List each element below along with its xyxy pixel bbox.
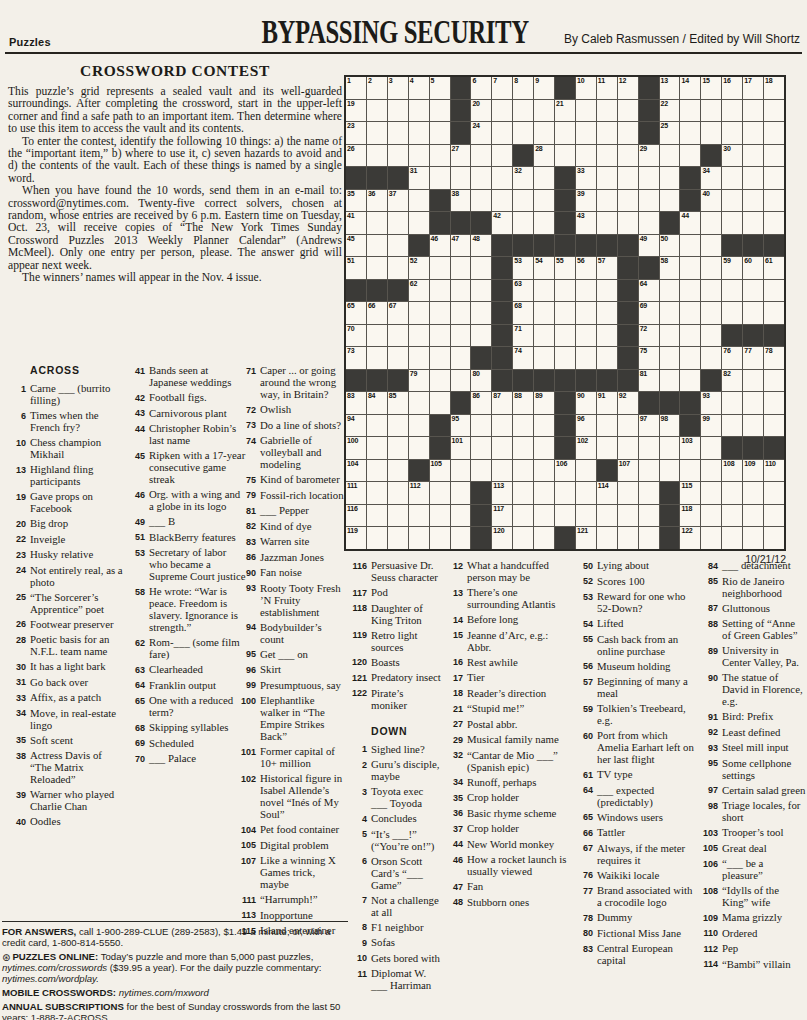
grid-cell[interactable] xyxy=(451,505,471,527)
grid-cell[interactable]: 7 xyxy=(492,77,512,99)
grid-cell[interactable] xyxy=(722,392,742,414)
grid-cell[interactable]: 114 xyxy=(597,482,617,504)
grid-cell[interactable] xyxy=(618,482,638,504)
grid-cell[interactable] xyxy=(409,145,429,167)
grid-cell[interactable] xyxy=(534,415,554,437)
grid-cell[interactable] xyxy=(492,167,512,189)
grid-cell[interactable]: 107 xyxy=(618,460,638,482)
grid-cell[interactable]: 96 xyxy=(576,415,596,437)
grid-cell[interactable] xyxy=(555,505,575,527)
grid-cell[interactable] xyxy=(367,122,387,144)
grid-cell[interactable] xyxy=(680,325,700,347)
grid-cell[interactable]: 24 xyxy=(471,122,491,144)
grid-cell[interactable] xyxy=(701,257,721,279)
grid-cell[interactable] xyxy=(680,280,700,302)
grid-cell[interactable]: 15 xyxy=(701,77,721,99)
grid-cell[interactable]: 17 xyxy=(743,77,763,99)
grid-cell[interactable] xyxy=(701,325,721,347)
grid-cell[interactable] xyxy=(660,347,680,369)
grid-cell[interactable] xyxy=(576,482,596,504)
grid-cell[interactable]: 66 xyxy=(367,302,387,324)
grid-cell[interactable]: 86 xyxy=(471,392,491,414)
grid-cell[interactable]: 35 xyxy=(346,190,366,212)
grid-cell[interactable] xyxy=(451,257,471,279)
grid-cell[interactable] xyxy=(534,460,554,482)
grid-cell[interactable] xyxy=(722,190,742,212)
grid-cell[interactable]: 12 xyxy=(618,77,638,99)
grid-cell[interactable] xyxy=(409,347,429,369)
grid-cell[interactable] xyxy=(743,100,763,122)
grid-cell[interactable]: 112 xyxy=(409,482,429,504)
grid-cell[interactable] xyxy=(513,527,533,549)
grid-cell[interactable]: 121 xyxy=(576,527,596,549)
grid-cell[interactable] xyxy=(660,325,680,347)
grid-cell[interactable] xyxy=(722,505,742,527)
grid-cell[interactable] xyxy=(409,100,429,122)
grid-cell[interactable] xyxy=(430,325,450,347)
grid-cell[interactable]: 25 xyxy=(660,122,680,144)
grid-cell[interactable]: 60 xyxy=(743,257,763,279)
grid-cell[interactable] xyxy=(534,280,554,302)
grid-cell[interactable]: 79 xyxy=(409,370,429,392)
grid-cell[interactable] xyxy=(597,347,617,369)
grid-cell[interactable]: 97 xyxy=(639,415,659,437)
grid-cell[interactable] xyxy=(618,505,638,527)
grid-cell[interactable] xyxy=(639,482,659,504)
grid-cell[interactable] xyxy=(576,347,596,369)
grid-cell[interactable] xyxy=(618,415,638,437)
grid-cell[interactable] xyxy=(764,302,784,324)
grid-cell[interactable] xyxy=(534,347,554,369)
grid-cell[interactable]: 120 xyxy=(492,527,512,549)
grid-cell[interactable]: 58 xyxy=(660,257,680,279)
grid-cell[interactable]: 23 xyxy=(346,122,366,144)
grid-cell[interactable] xyxy=(430,370,450,392)
grid-cell[interactable] xyxy=(764,482,784,504)
grid-cell[interactable] xyxy=(722,527,742,549)
grid-cell[interactable] xyxy=(367,460,387,482)
grid-cell[interactable] xyxy=(597,415,617,437)
grid-cell[interactable] xyxy=(764,415,784,437)
grid-cell[interactable]: 46 xyxy=(430,235,450,257)
grid-cell[interactable] xyxy=(409,415,429,437)
grid-cell[interactable] xyxy=(597,122,617,144)
grid-cell[interactable] xyxy=(597,302,617,324)
grid-cell[interactable]: 62 xyxy=(409,280,429,302)
grid-cell[interactable] xyxy=(430,392,450,414)
grid-cell[interactable]: 57 xyxy=(597,257,617,279)
grid-cell[interactable] xyxy=(492,415,512,437)
grid-cell[interactable] xyxy=(409,505,429,527)
grid-cell[interactable] xyxy=(597,280,617,302)
grid-cell[interactable]: 47 xyxy=(451,235,471,257)
grid-cell[interactable] xyxy=(743,505,763,527)
grid-cell[interactable] xyxy=(701,235,721,257)
grid-cell[interactable] xyxy=(492,122,512,144)
grid-cell[interactable]: 92 xyxy=(618,392,638,414)
grid-cell[interactable]: 75 xyxy=(639,347,659,369)
grid-cell[interactable] xyxy=(701,280,721,302)
grid-cell[interactable] xyxy=(451,482,471,504)
grid-cell[interactable] xyxy=(388,122,408,144)
grid-cell[interactable] xyxy=(430,145,450,167)
grid-cell[interactable]: 78 xyxy=(764,347,784,369)
grid-cell[interactable] xyxy=(680,347,700,369)
grid-cell[interactable]: 42 xyxy=(492,212,512,234)
grid-cell[interactable]: 9 xyxy=(534,77,554,99)
grid-cell[interactable]: 48 xyxy=(471,235,491,257)
grid-cell[interactable] xyxy=(430,280,450,302)
grid-cell[interactable] xyxy=(701,505,721,527)
grid-cell[interactable] xyxy=(701,212,721,234)
grid-cell[interactable] xyxy=(534,190,554,212)
grid-cell[interactable] xyxy=(388,325,408,347)
grid-cell[interactable] xyxy=(743,145,763,167)
grid-cell[interactable]: 21 xyxy=(555,100,575,122)
grid-cell[interactable] xyxy=(367,235,387,257)
grid-cell[interactable] xyxy=(743,167,763,189)
grid-cell[interactable] xyxy=(722,415,742,437)
grid-cell[interactable]: 64 xyxy=(639,280,659,302)
grid-cell[interactable] xyxy=(680,302,700,324)
grid-cell[interactable] xyxy=(471,325,491,347)
grid-cell[interactable] xyxy=(492,190,512,212)
grid-cell[interactable]: 95 xyxy=(451,415,471,437)
grid-cell[interactable] xyxy=(701,347,721,369)
grid-cell[interactable] xyxy=(660,370,680,392)
grid-cell[interactable] xyxy=(701,482,721,504)
grid-cell[interactable]: 34 xyxy=(701,167,721,189)
grid-cell[interactable] xyxy=(430,527,450,549)
grid-cell[interactable]: 50 xyxy=(660,235,680,257)
grid-cell[interactable] xyxy=(471,257,491,279)
grid-cell[interactable]: 18 xyxy=(764,77,784,99)
grid-cell[interactable] xyxy=(513,437,533,459)
grid-cell[interactable] xyxy=(576,460,596,482)
grid-cell[interactable]: 30 xyxy=(722,145,742,167)
grid-cell[interactable] xyxy=(722,122,742,144)
grid-cell[interactable]: 100 xyxy=(346,437,366,459)
grid-cell[interactable] xyxy=(451,302,471,324)
grid-cell[interactable] xyxy=(597,437,617,459)
grid-cell[interactable]: 118 xyxy=(680,505,700,527)
grid-cell[interactable]: 14 xyxy=(680,77,700,99)
grid-cell[interactable]: 67 xyxy=(388,302,408,324)
grid-cell[interactable]: 105 xyxy=(430,460,450,482)
grid-cell[interactable] xyxy=(409,302,429,324)
grid-cell[interactable]: 45 xyxy=(346,235,366,257)
grid-cell[interactable] xyxy=(388,235,408,257)
grid-cell[interactable] xyxy=(597,100,617,122)
grid-cell[interactable] xyxy=(660,302,680,324)
grid-cell[interactable] xyxy=(534,482,554,504)
grid-cell[interactable]: 93 xyxy=(701,392,721,414)
grid-cell[interactable] xyxy=(618,122,638,144)
grid-cell[interactable] xyxy=(451,325,471,347)
grid-cell[interactable]: 116 xyxy=(346,505,366,527)
grid-cell[interactable] xyxy=(513,190,533,212)
grid-cell[interactable] xyxy=(471,280,491,302)
grid-cell[interactable] xyxy=(555,145,575,167)
grid-cell[interactable] xyxy=(492,460,512,482)
grid-cell[interactable]: 117 xyxy=(492,505,512,527)
grid-cell[interactable]: 4 xyxy=(409,77,429,99)
grid-cell[interactable]: 6 xyxy=(471,77,491,99)
grid-cell[interactable]: 56 xyxy=(576,257,596,279)
grid-cell[interactable] xyxy=(764,505,784,527)
grid-cell[interactable]: 80 xyxy=(471,370,491,392)
grid-cell[interactable] xyxy=(680,122,700,144)
grid-cell[interactable] xyxy=(534,527,554,549)
grid-cell[interactable]: 32 xyxy=(513,167,533,189)
grid-cell[interactable] xyxy=(367,257,387,279)
grid-cell[interactable]: 122 xyxy=(680,527,700,549)
grid-cell[interactable] xyxy=(764,370,784,392)
grid-cell[interactable] xyxy=(576,122,596,144)
grid-cell[interactable] xyxy=(534,212,554,234)
grid-cell[interactable]: 113 xyxy=(492,482,512,504)
grid-cell[interactable] xyxy=(534,122,554,144)
grid-cell[interactable] xyxy=(618,167,638,189)
grid-cell[interactable] xyxy=(367,415,387,437)
grid-cell[interactable]: 40 xyxy=(701,190,721,212)
grid-cell[interactable] xyxy=(555,347,575,369)
grid-cell[interactable]: 90 xyxy=(576,392,596,414)
grid-cell[interactable] xyxy=(534,437,554,459)
grid-cell[interactable]: 22 xyxy=(660,100,680,122)
grid-cell[interactable]: 77 xyxy=(743,347,763,369)
grid-cell[interactable] xyxy=(743,527,763,549)
grid-cell[interactable]: 109 xyxy=(743,460,763,482)
grid-cell[interactable]: 99 xyxy=(701,415,721,437)
grid-cell[interactable] xyxy=(722,100,742,122)
grid-cell[interactable]: 81 xyxy=(639,370,659,392)
grid-cell[interactable] xyxy=(513,212,533,234)
grid-cell[interactable]: 70 xyxy=(346,325,366,347)
grid-cell[interactable] xyxy=(409,122,429,144)
grid-cell[interactable]: 54 xyxy=(534,257,554,279)
grid-cell[interactable]: 103 xyxy=(680,437,700,459)
grid-cell[interactable] xyxy=(430,302,450,324)
grid-cell[interactable] xyxy=(388,527,408,549)
grid-cell[interactable] xyxy=(597,145,617,167)
grid-cell[interactable] xyxy=(680,235,700,257)
grid-cell[interactable] xyxy=(597,325,617,347)
grid-cell[interactable]: 74 xyxy=(513,347,533,369)
grid-cell[interactable]: 68 xyxy=(513,302,533,324)
grid-cell[interactable]: 73 xyxy=(346,347,366,369)
grid-cell[interactable]: 26 xyxy=(346,145,366,167)
grid-cell[interactable]: 108 xyxy=(722,460,742,482)
grid-cell[interactable]: 106 xyxy=(555,460,575,482)
grid-cell[interactable] xyxy=(367,527,387,549)
grid-cell[interactable]: 83 xyxy=(346,392,366,414)
grid-cell[interactable] xyxy=(555,325,575,347)
grid-cell[interactable]: 28 xyxy=(534,145,554,167)
grid-cell[interactable] xyxy=(388,100,408,122)
grid-cell[interactable] xyxy=(597,505,617,527)
grid-cell[interactable]: 38 xyxy=(451,190,471,212)
grid-cell[interactable] xyxy=(409,325,429,347)
grid-cell[interactable] xyxy=(722,302,742,324)
grid-cell[interactable] xyxy=(597,212,617,234)
grid-cell[interactable]: 55 xyxy=(555,257,575,279)
grid-cell[interactable]: 36 xyxy=(367,190,387,212)
grid-cell[interactable] xyxy=(534,325,554,347)
grid-cell[interactable] xyxy=(764,167,784,189)
grid-cell[interactable] xyxy=(618,437,638,459)
grid-cell[interactable]: 59 xyxy=(722,257,742,279)
grid-cell[interactable] xyxy=(471,437,491,459)
grid-cell[interactable] xyxy=(451,347,471,369)
grid-cell[interactable] xyxy=(513,505,533,527)
grid-cell[interactable] xyxy=(451,167,471,189)
grid-cell[interactable] xyxy=(743,122,763,144)
grid-cell[interactable] xyxy=(576,100,596,122)
grid-cell[interactable] xyxy=(660,190,680,212)
grid-cell[interactable] xyxy=(722,482,742,504)
grid-cell[interactable] xyxy=(513,100,533,122)
grid-cell[interactable]: 27 xyxy=(451,145,471,167)
grid-cell[interactable]: 87 xyxy=(492,392,512,414)
grid-cell[interactable] xyxy=(492,437,512,459)
grid-cell[interactable]: 104 xyxy=(346,460,366,482)
grid-cell[interactable] xyxy=(764,392,784,414)
grid-cell[interactable] xyxy=(409,527,429,549)
grid-cell[interactable] xyxy=(680,100,700,122)
grid-cell[interactable] xyxy=(618,190,638,212)
grid-cell[interactable] xyxy=(639,527,659,549)
grid-cell[interactable]: 43 xyxy=(576,212,596,234)
grid-cell[interactable] xyxy=(597,190,617,212)
grid-cell[interactable] xyxy=(701,100,721,122)
grid-cell[interactable]: 29 xyxy=(639,145,659,167)
grid-cell[interactable] xyxy=(660,167,680,189)
grid-cell[interactable]: 8 xyxy=(513,77,533,99)
grid-cell[interactable]: 63 xyxy=(513,280,533,302)
grid-cell[interactable] xyxy=(618,527,638,549)
grid-cell[interactable] xyxy=(367,145,387,167)
grid-cell[interactable] xyxy=(555,122,575,144)
grid-cell[interactable] xyxy=(722,212,742,234)
grid-cell[interactable] xyxy=(597,167,617,189)
grid-cell[interactable]: 111 xyxy=(346,482,366,504)
grid-cell[interactable]: 10 xyxy=(576,77,596,99)
grid-cell[interactable]: 85 xyxy=(388,392,408,414)
grid-cell[interactable] xyxy=(388,437,408,459)
grid-cell[interactable] xyxy=(576,145,596,167)
grid-cell[interactable] xyxy=(409,190,429,212)
grid-cell[interactable] xyxy=(555,482,575,504)
grid-cell[interactable] xyxy=(743,482,763,504)
grid-cell[interactable] xyxy=(367,347,387,369)
grid-cell[interactable] xyxy=(367,482,387,504)
grid-cell[interactable] xyxy=(367,100,387,122)
grid-cell[interactable] xyxy=(701,122,721,144)
grid-cell[interactable] xyxy=(764,145,784,167)
grid-cell[interactable] xyxy=(576,505,596,527)
grid-cell[interactable] xyxy=(722,167,742,189)
grid-cell[interactable]: 41 xyxy=(346,212,366,234)
grid-cell[interactable]: 5 xyxy=(430,77,450,99)
grid-cell[interactable] xyxy=(701,302,721,324)
grid-cell[interactable]: 16 xyxy=(722,77,742,99)
grid-cell[interactable]: 19 xyxy=(346,100,366,122)
grid-cell[interactable]: 101 xyxy=(451,437,471,459)
grid-cell[interactable] xyxy=(451,460,471,482)
grid-cell[interactable] xyxy=(764,527,784,549)
grid-cell[interactable]: 115 xyxy=(680,482,700,504)
grid-cell[interactable] xyxy=(471,460,491,482)
grid-cell[interactable] xyxy=(639,437,659,459)
grid-cell[interactable] xyxy=(409,392,429,414)
grid-cell[interactable] xyxy=(388,460,408,482)
grid-cell[interactable] xyxy=(430,100,450,122)
grid-cell[interactable] xyxy=(451,370,471,392)
grid-cell[interactable]: 39 xyxy=(576,190,596,212)
grid-cell[interactable] xyxy=(388,257,408,279)
grid-cell[interactable] xyxy=(660,280,680,302)
grid-cell[interactable]: 33 xyxy=(576,167,596,189)
grid-cell[interactable] xyxy=(743,280,763,302)
grid-cell[interactable]: 37 xyxy=(388,190,408,212)
grid-cell[interactable] xyxy=(430,257,450,279)
grid-cell[interactable] xyxy=(388,505,408,527)
grid-cell[interactable]: 102 xyxy=(576,437,596,459)
grid-cell[interactable] xyxy=(764,122,784,144)
grid-cell[interactable] xyxy=(430,347,450,369)
grid-cell[interactable] xyxy=(409,212,429,234)
grid-cell[interactable] xyxy=(576,302,596,324)
grid-cell[interactable] xyxy=(576,280,596,302)
grid-cell[interactable] xyxy=(534,100,554,122)
grid-cell[interactable] xyxy=(743,302,763,324)
grid-cell[interactable]: 76 xyxy=(722,347,742,369)
grid-cell[interactable]: 51 xyxy=(346,257,366,279)
grid-cell[interactable] xyxy=(471,190,491,212)
grid-cell[interactable]: 98 xyxy=(660,415,680,437)
grid-cell[interactable] xyxy=(680,257,700,279)
grid-cell[interactable] xyxy=(701,437,721,459)
grid-cell[interactable] xyxy=(513,460,533,482)
grid-cell[interactable] xyxy=(743,370,763,392)
grid-cell[interactable]: 13 xyxy=(660,77,680,99)
grid-cell[interactable] xyxy=(513,482,533,504)
grid-cell[interactable] xyxy=(388,347,408,369)
grid-cell[interactable] xyxy=(701,527,721,549)
grid-cell[interactable] xyxy=(388,415,408,437)
grid-cell[interactable] xyxy=(367,325,387,347)
grid-cell[interactable] xyxy=(534,167,554,189)
grid-cell[interactable] xyxy=(513,122,533,144)
grid-cell[interactable] xyxy=(764,212,784,234)
grid-cell[interactable]: 82 xyxy=(722,370,742,392)
grid-cell[interactable]: 65 xyxy=(346,302,366,324)
grid-cell[interactable]: 2 xyxy=(367,77,387,99)
grid-cell[interactable] xyxy=(722,280,742,302)
grid-cell[interactable] xyxy=(471,167,491,189)
grid-cell[interactable] xyxy=(513,415,533,437)
grid-cell[interactable] xyxy=(492,100,512,122)
grid-cell[interactable] xyxy=(660,145,680,167)
grid-cell[interactable]: 3 xyxy=(388,77,408,99)
grid-cell[interactable] xyxy=(701,460,721,482)
grid-cell[interactable]: 61 xyxy=(764,257,784,279)
grid-cell[interactable] xyxy=(451,280,471,302)
grid-cell[interactable] xyxy=(430,482,450,504)
grid-cell[interactable] xyxy=(680,370,700,392)
grid-cell[interactable]: 119 xyxy=(346,527,366,549)
